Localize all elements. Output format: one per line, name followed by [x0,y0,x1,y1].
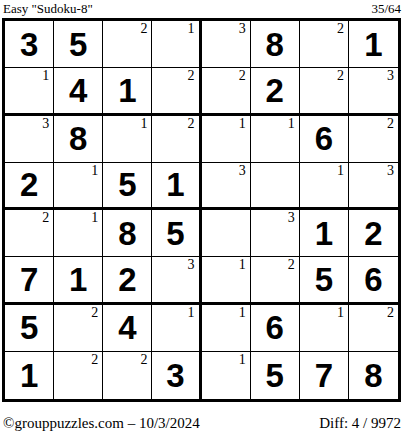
cell-r5c8[interactable]: 2 [349,210,398,257]
given-digit: 8 [251,21,299,67]
given-digit: 5 [251,352,299,399]
corner-mark: 1 [288,116,295,131]
given-digit: 3 [152,352,198,399]
cell-r3c5[interactable]: 1 [202,116,251,163]
cell-r3c6[interactable]: 1 [251,116,300,163]
given-digit: 1 [103,68,151,112]
given-digit: 3 [5,21,53,67]
cell-r8c3[interactable]: 2 [103,352,152,399]
corner-mark: 3 [288,210,295,225]
cell-r3c7[interactable]: 6 [300,116,349,163]
given-digit: 1 [300,210,348,256]
corner-mark: 3 [387,163,394,178]
cell-r4c1[interactable]: 2 [5,163,54,210]
corner-mark: 2 [140,352,147,367]
cell-r3c2[interactable]: 8 [54,116,103,163]
corner-mark: 1 [91,163,98,178]
cell-r7c4[interactable]: 1 [152,305,201,352]
cell-r6c6[interactable]: 2 [251,257,300,304]
cell-r4c8[interactable]: 3 [349,163,398,210]
given-digit: 6 [251,305,299,351]
corner-mark: 3 [239,21,246,36]
corner-mark: 1 [239,116,246,131]
cell-r5c4[interactable]: 5 [152,210,201,257]
cell-r5c3[interactable]: 8 [103,210,152,257]
corner-mark: 1 [188,21,195,36]
given-digit: 1 [349,21,398,67]
given-digit: 1 [152,163,198,207]
given-digit: 5 [103,163,151,207]
corner-mark: 1 [42,68,49,83]
given-digit: 8 [103,210,151,256]
given-digit: 4 [54,68,102,112]
given-digit: 2 [349,210,398,256]
cell-r5c5[interactable] [202,210,251,257]
given-digit: 2 [251,68,299,112]
corner-mark: 3 [188,257,195,272]
cell-r1c1[interactable]: 3 [5,21,54,68]
given-digit: 1 [5,352,53,399]
cell-r1c2[interactable]: 5 [54,21,103,68]
cell-r4c3[interactable]: 5 [103,163,152,210]
givens-counter: 35/64 [371,1,401,17]
cell-r3c4[interactable]: 2 [152,116,201,163]
given-digit: 5 [54,21,102,67]
given-digit: 2 [5,163,53,207]
cell-r8c7[interactable]: 7 [300,352,349,399]
cell-r7c2[interactable]: 2 [54,305,103,352]
cell-r8c5[interactable]: 1 [202,352,251,399]
corner-mark: 2 [387,116,394,131]
corner-mark: 1 [239,305,246,320]
cell-r2c6[interactable]: 2 [251,68,300,115]
cell-r6c2[interactable]: 1 [54,257,103,304]
cell-r3c1[interactable]: 3 [5,116,54,163]
given-digit: 8 [54,116,102,162]
corner-mark: 1 [337,163,344,178]
corner-mark: 1 [239,352,246,367]
given-digit: 2 [103,257,151,301]
corner-mark: 2 [387,305,394,320]
cell-r6c4[interactable]: 3 [152,257,201,304]
cell-r5c7[interactable]: 1 [300,210,349,257]
cell-r2c4[interactable]: 2 [152,68,201,115]
corner-mark: 3 [387,68,394,83]
sudoku-board: 3521382114122223381211622151313218531271… [2,18,401,402]
given-digit: 5 [5,305,53,351]
cell-r4c5[interactable]: 3 [202,163,251,210]
given-digit: 7 [300,352,348,399]
cell-r8c2[interactable]: 2 [54,352,103,399]
cell-r2c8[interactable]: 3 [349,68,398,115]
corner-mark: 1 [188,305,195,320]
cell-r1c5[interactable]: 3 [202,21,251,68]
cell-r8c4[interactable]: 3 [152,352,201,399]
cell-r1c7[interactable]: 2 [300,21,349,68]
cell-r6c1[interactable]: 7 [5,257,54,304]
cell-r1c8[interactable]: 1 [349,21,398,68]
cell-r6c7[interactable]: 5 [300,257,349,304]
cell-r7c7[interactable]: 1 [300,305,349,352]
cell-r7c5[interactable]: 1 [202,305,251,352]
corner-mark: 3 [42,116,49,131]
corner-mark: 2 [91,352,98,367]
corner-mark: 2 [337,21,344,36]
cell-r5c6[interactable]: 3 [251,210,300,257]
given-digit: 4 [103,305,151,351]
cell-r8c8[interactable]: 8 [349,352,398,399]
cell-r6c3[interactable]: 2 [103,257,152,304]
cell-r4c7[interactable]: 1 [300,163,349,210]
cell-r5c2[interactable]: 1 [54,210,103,257]
cell-r7c8[interactable]: 2 [349,305,398,352]
corner-mark: 2 [140,21,147,36]
cell-r1c3[interactable]: 2 [103,21,152,68]
corner-mark: 1 [91,210,98,225]
corner-mark: 2 [337,68,344,83]
corner-mark: 2 [42,210,49,225]
cell-r6c8[interactable]: 6 [349,257,398,304]
cell-r4c4[interactable]: 1 [152,163,201,210]
cell-r8c6[interactable]: 5 [251,352,300,399]
cell-r5c1[interactable]: 2 [5,210,54,257]
given-digit: 7 [5,257,53,301]
cell-r2c3[interactable]: 1 [103,68,152,115]
cell-r8c1[interactable]: 1 [5,352,54,399]
cell-r4c2[interactable]: 1 [54,163,103,210]
corner-mark: 3 [239,163,246,178]
corner-mark: 1 [140,116,147,131]
given-digit: 6 [349,257,398,301]
cell-r2c2[interactable]: 4 [54,68,103,115]
cell-r7c6[interactable]: 6 [251,305,300,352]
given-digit: 1 [54,257,102,301]
given-digit: 5 [300,257,348,301]
page-title: Easy "Sudoku-8" [3,1,93,17]
corner-mark: 2 [288,257,295,272]
cell-r1c6[interactable]: 8 [251,21,300,68]
given-digit: 5 [152,210,198,256]
cell-r1c4[interactable]: 1 [152,21,201,68]
given-digit: 8 [349,352,398,399]
puzzle-page: Easy "Sudoku-8" 35/64 352138211412222338… [0,0,403,437]
cell-r3c3[interactable]: 1 [103,116,152,163]
given-digit: 6 [300,116,348,162]
cell-r2c5[interactable]: 2 [202,68,251,115]
corner-mark: 1 [239,257,246,272]
corner-mark: 1 [337,305,344,320]
cell-r2c7[interactable]: 2 [300,68,349,115]
cell-r2c1[interactable]: 1 [5,68,54,115]
corner-mark: 2 [91,305,98,320]
copyright-text: ©grouppuzzles.com – 10/3/2024 [3,415,200,432]
cell-r3c8[interactable]: 2 [349,116,398,163]
cell-r7c3[interactable]: 4 [103,305,152,352]
corner-mark: 2 [188,116,195,131]
cell-r4c6[interactable] [251,163,300,210]
corner-mark: 2 [239,68,246,83]
corner-mark: 2 [188,68,195,83]
cell-r6c5[interactable]: 1 [202,257,251,304]
difficulty-text: Diff: 4 / 9972 [319,415,401,432]
cell-r7c1[interactable]: 5 [5,305,54,352]
